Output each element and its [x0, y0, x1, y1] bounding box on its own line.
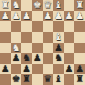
square-d8[interactable]: ♛ [43, 74, 54, 85]
black-pawn-piece[interactable]: ♟ [54, 43, 63, 54]
square-g3[interactable] [11, 21, 22, 32]
square-f2[interactable]: ♟ [21, 11, 32, 22]
black-knight-piece[interactable]: ♞ [22, 53, 31, 64]
white-rook-piece[interactable]: ♜ [75, 0, 84, 11]
square-h2[interactable]: ♟ [0, 11, 11, 22]
square-c7[interactable] [53, 64, 64, 75]
black-rook-piece[interactable]: ♜ [75, 74, 84, 85]
square-c2[interactable]: ♟ [53, 11, 64, 22]
square-a1[interactable]: ♜ [74, 0, 85, 11]
square-f1[interactable] [21, 0, 32, 11]
black-pawn-piece[interactable]: ♟ [33, 53, 42, 64]
square-g7[interactable] [11, 64, 22, 75]
square-h6[interactable] [0, 53, 11, 64]
square-h4[interactable] [0, 32, 11, 43]
square-e4[interactable] [32, 32, 43, 43]
square-d5[interactable] [43, 43, 54, 54]
white-queen-piece[interactable]: ♛ [44, 0, 53, 11]
white-pawn-piece[interactable]: ♟ [44, 11, 53, 22]
square-e3[interactable] [32, 21, 43, 32]
black-knight-piece[interactable]: ♞ [54, 53, 63, 64]
square-a3[interactable] [74, 21, 85, 32]
white-bishop-piece[interactable]: ♝ [54, 32, 63, 43]
square-f7[interactable]: ♟ [21, 64, 32, 75]
square-b4[interactable] [64, 32, 75, 43]
square-h8[interactable] [0, 74, 11, 85]
square-g4[interactable] [11, 32, 22, 43]
square-c5[interactable]: ♟ [53, 43, 64, 54]
square-c6[interactable]: ♞ [53, 53, 64, 64]
square-g8[interactable]: ♚ [11, 74, 22, 85]
square-b6[interactable] [64, 53, 75, 64]
black-queen-piece[interactable]: ♛ [44, 74, 53, 85]
square-c4[interactable]: ♝ [53, 32, 64, 43]
square-h7[interactable]: ♟ [0, 64, 11, 75]
square-e8[interactable] [32, 74, 43, 85]
square-b7[interactable]: ♟ [64, 64, 75, 75]
square-h1[interactable]: ♜ [0, 0, 11, 11]
square-f8[interactable]: ♜ [21, 74, 32, 85]
square-e5[interactable] [32, 43, 43, 54]
square-h3[interactable] [0, 21, 11, 32]
square-a5[interactable] [74, 43, 85, 54]
square-c3[interactable] [53, 21, 64, 32]
square-a4[interactable] [74, 32, 85, 43]
black-king-piece[interactable]: ♚ [12, 74, 21, 85]
black-pawn-piece[interactable]: ♟ [75, 64, 84, 75]
square-f4[interactable] [21, 32, 32, 43]
square-g6[interactable]: ♟ [11, 53, 22, 64]
square-a2[interactable]: ♟ [74, 11, 85, 22]
square-d1[interactable]: ♛ [43, 0, 54, 11]
white-rook-piece[interactable]: ♜ [1, 0, 10, 11]
black-bishop-piece[interactable]: ♝ [54, 74, 63, 85]
square-e7[interactable] [32, 64, 43, 75]
square-a7[interactable]: ♟ [74, 64, 85, 75]
chess-board: ♜♞♚♛♝♜♟♟♟♟♟♟♟♝♞♟♟♞♟♞♟♟♟♟♚♜♛♝♜ [0, 0, 85, 85]
square-d4[interactable] [43, 32, 54, 43]
black-rook-piece[interactable]: ♜ [22, 74, 31, 85]
square-e1[interactable]: ♚ [32, 0, 43, 11]
white-pawn-piece[interactable]: ♟ [65, 11, 74, 22]
white-pawn-piece[interactable]: ♟ [12, 11, 21, 22]
white-pawn-piece[interactable]: ♟ [54, 11, 63, 22]
square-b8[interactable] [64, 74, 75, 85]
black-pawn-piece[interactable]: ♟ [1, 64, 10, 75]
square-a6[interactable] [74, 53, 85, 64]
white-pawn-piece[interactable]: ♟ [22, 11, 31, 22]
square-b2[interactable]: ♟ [64, 11, 75, 22]
square-b1[interactable] [64, 0, 75, 11]
white-knight-piece[interactable]: ♞ [12, 43, 21, 54]
square-f3[interactable] [21, 21, 32, 32]
square-g2[interactable]: ♟ [11, 11, 22, 22]
black-pawn-piece[interactable]: ♟ [22, 64, 31, 75]
white-bishop-piece[interactable]: ♝ [54, 0, 63, 11]
white-pawn-piece[interactable]: ♟ [75, 11, 84, 22]
square-d6[interactable] [43, 53, 54, 64]
black-pawn-piece[interactable]: ♟ [65, 64, 74, 75]
square-e6[interactable]: ♟ [32, 53, 43, 64]
square-e2[interactable] [32, 11, 43, 22]
square-h5[interactable] [0, 43, 11, 54]
square-g1[interactable]: ♞ [11, 0, 22, 11]
square-c8[interactable]: ♝ [53, 74, 64, 85]
white-pawn-piece[interactable]: ♟ [1, 11, 10, 22]
square-c1[interactable]: ♝ [53, 0, 64, 11]
square-d2[interactable]: ♟ [43, 11, 54, 22]
white-knight-piece[interactable]: ♞ [12, 0, 21, 11]
square-g5[interactable]: ♞ [11, 43, 22, 54]
square-f6[interactable]: ♞ [21, 53, 32, 64]
square-d3[interactable] [43, 21, 54, 32]
white-king-piece[interactable]: ♚ [33, 0, 42, 11]
square-d7[interactable] [43, 64, 54, 75]
square-b5[interactable] [64, 43, 75, 54]
square-a8[interactable]: ♜ [74, 74, 85, 85]
black-pawn-piece[interactable]: ♟ [12, 53, 21, 64]
square-f5[interactable] [21, 43, 32, 54]
square-b3[interactable] [64, 21, 75, 32]
